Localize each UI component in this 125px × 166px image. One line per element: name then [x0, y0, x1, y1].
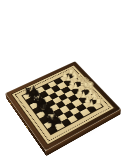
brass-hinge-icon [9, 101, 11, 105]
chess-set-photo: ♜♟♟♜♞♟♟♞♝♟♟♝♛♟♟♛♚♟♟♚♝♟♟♝♞♟♟♞♜♟♟♜ [0, 0, 125, 166]
